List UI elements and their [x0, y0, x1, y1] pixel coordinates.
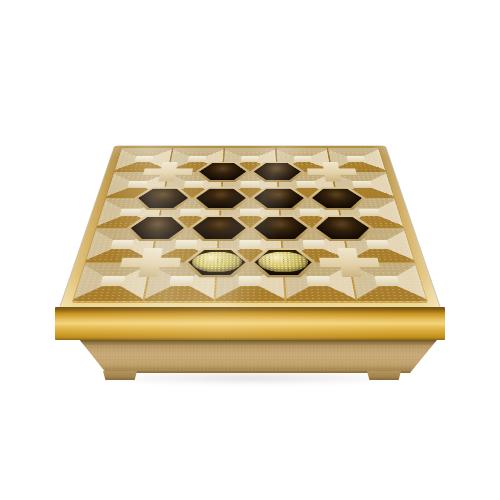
pyramid-stud	[350, 263, 427, 302]
pyramid-field	[72, 148, 429, 303]
lid-brass-rim-band	[55, 307, 445, 340]
pyramid-stud	[73, 263, 150, 302]
board-lid	[60, 146, 440, 308]
box-foot-right	[367, 371, 401, 380]
product-photo-scene	[0, 0, 500, 500]
box-foot-left	[103, 371, 137, 380]
drop-shadow	[92, 371, 412, 385]
box-base	[78, 340, 438, 373]
